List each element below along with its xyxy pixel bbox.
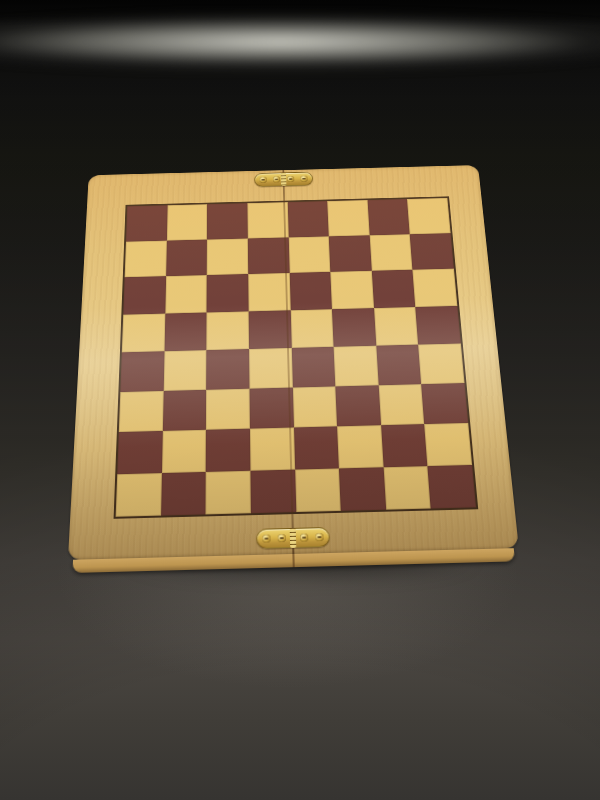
square-r5c5-dark (291, 347, 335, 387)
hinge-knuckle (290, 528, 297, 548)
square-r4c4-dark (249, 310, 292, 349)
square-r3c1-dark (123, 276, 166, 314)
square-r4c7-light (374, 307, 419, 346)
square-r2c5-light (288, 236, 330, 273)
square-r7c8-light (425, 423, 473, 466)
square-r1c4-light (247, 202, 288, 238)
square-r1c8-light (407, 198, 450, 234)
square-r8c5-light (295, 468, 341, 512)
square-r7c1-dark (117, 431, 162, 474)
square-r1c5-dark (287, 201, 329, 237)
square-r5c2-light (163, 350, 206, 390)
square-r3c8-light (413, 269, 458, 307)
hinge-screw-icon (300, 533, 308, 541)
square-r8c3-light (206, 470, 251, 514)
board-top-face (68, 165, 519, 560)
square-r2c6-dark (329, 235, 372, 272)
square-r7c4-light (250, 427, 295, 470)
square-r8c1-light (116, 473, 162, 517)
folding-chessboard (67, 165, 521, 578)
square-r5c1-dark (120, 351, 164, 391)
square-r5c4-light (249, 348, 292, 388)
square-r7c6-light (337, 425, 383, 468)
hinge-screw-icon (315, 533, 323, 541)
square-r2c3-light (207, 238, 248, 275)
hinge-screw-icon (287, 176, 294, 182)
square-r6c5-light (292, 386, 337, 428)
square-r6c1-light (119, 390, 164, 432)
square-r3c7-dark (372, 270, 416, 308)
hinge-screw-icon (273, 176, 280, 182)
tabletop-light-reflection (0, 14, 600, 70)
brass-hinge-bottom (256, 527, 330, 549)
square-r2c1-light (125, 240, 167, 277)
square-r4c2-dark (164, 312, 207, 351)
square-r7c5-dark (294, 426, 339, 469)
square-r7c3-dark (206, 429, 250, 472)
square-r5c8-light (418, 343, 464, 383)
square-r8c6-dark (339, 467, 386, 511)
square-r1c7-dark (367, 199, 410, 235)
square-r3c3-dark (207, 274, 249, 312)
square-r2c7-light (369, 234, 412, 271)
square-r2c8-dark (410, 233, 454, 270)
hinge-screw-icon (260, 177, 267, 183)
square-r6c8-dark (421, 383, 468, 424)
square-r4c5-light (290, 309, 333, 348)
square-r3c2-light (165, 275, 207, 313)
square-r4c6-dark (332, 308, 376, 347)
square-r2c4-dark (248, 237, 290, 274)
hinge-knuckle (281, 172, 287, 186)
square-r6c3-light (206, 388, 250, 430)
square-r1c2-light (167, 204, 208, 240)
square-r8c2-dark (161, 471, 206, 515)
square-r2c2-dark (166, 239, 207, 276)
brass-hinge-top (254, 172, 313, 187)
square-r3c4-light (248, 273, 290, 311)
checkerboard-grid (114, 196, 479, 518)
square-r8c8-dark (428, 464, 476, 508)
hinge-screw-icon (300, 176, 307, 182)
square-r7c7-dark (381, 424, 428, 467)
square-r5c3-dark (206, 349, 249, 389)
square-r5c7-dark (376, 345, 421, 385)
square-r8c4-dark (250, 469, 296, 513)
square-r3c5-dark (289, 272, 332, 310)
edge-fold-seam (292, 554, 294, 567)
square-r7c2-light (162, 430, 207, 473)
square-r1c6-light (327, 200, 369, 236)
square-r8c7-light (383, 466, 431, 510)
square-r6c6-dark (335, 385, 380, 426)
hinge-screw-icon (278, 534, 286, 542)
square-r1c1-dark (126, 205, 167, 241)
square-r3c6-light (330, 271, 373, 309)
square-r5c6-light (334, 346, 379, 386)
square-r6c7-light (378, 384, 424, 425)
hinge-screw-icon (262, 534, 270, 542)
square-r4c3-light (207, 311, 249, 350)
square-r6c2-dark (162, 389, 206, 431)
square-r1c3-dark (207, 203, 248, 239)
square-r4c1-light (122, 313, 165, 352)
square-r4c8-dark (416, 305, 461, 344)
square-r6c4-dark (249, 387, 293, 429)
